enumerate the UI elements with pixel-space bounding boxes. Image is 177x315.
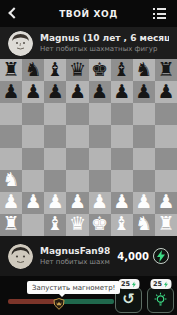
square-h4[interactable] [155, 148, 177, 170]
piece-black-pawn[interactable]: ♟ [113, 82, 130, 101]
navbar: ТВОЙ ХОД [0, 0, 177, 27]
piece-black-pawn[interactable]: ♟ [157, 82, 174, 101]
player-info: MagnusFan98 Нет побитых шахматны.. [40, 246, 110, 266]
square-d1[interactable]: ♛ [66, 214, 88, 236]
square-a2[interactable]: ♟ [0, 192, 22, 214]
square-g5[interactable] [133, 125, 155, 147]
square-f1[interactable]: ♝ [111, 214, 133, 236]
energy-bolt-icon [153, 248, 169, 264]
square-h8[interactable]: ♜ [155, 59, 177, 81]
square-b8[interactable]: ♞ [22, 59, 44, 81]
player-name: MagnusFan98 [40, 246, 110, 256]
piece-black-king[interactable]: ♚ [91, 60, 108, 79]
square-d2[interactable]: ♟ [66, 192, 88, 214]
piece-white-pawn[interactable]: ♟ [135, 192, 152, 211]
page-title: ТВОЙ ХОД [0, 9, 177, 19]
piece-white-pawn[interactable]: ♟ [25, 192, 42, 211]
square-b1[interactable] [22, 214, 44, 236]
square-d3[interactable] [66, 170, 88, 192]
piece-white-pawn[interactable]: ♟ [157, 192, 174, 211]
gauge-black-side [8, 299, 59, 304]
square-b5[interactable] [22, 125, 44, 147]
square-h3[interactable] [155, 170, 177, 192]
square-e5[interactable] [89, 125, 111, 147]
piece-white-rook[interactable]: ♜ [157, 214, 174, 233]
player-row: MagnusFan98 Нет побитых шахматны.. 4,000 [0, 236, 177, 276]
energy-count: 4,000 [117, 251, 149, 262]
square-d5[interactable] [66, 125, 88, 147]
piece-white-pawn[interactable]: ♟ [47, 192, 64, 211]
piece-white-bishop[interactable]: ♝ [113, 214, 130, 233]
square-f2[interactable]: ♟ [111, 192, 133, 214]
square-c1[interactable]: ♝ [44, 214, 66, 236]
piece-black-rook[interactable]: ♜ [3, 60, 20, 79]
square-h2[interactable]: ♟ [155, 192, 177, 214]
square-a4[interactable] [0, 148, 22, 170]
piece-black-bishop[interactable]: ♝ [113, 60, 130, 79]
hint-lightbulb-icon [148, 288, 173, 312]
square-b4[interactable] [22, 148, 44, 170]
magnometer-tooltip: Запустить магнометр! [27, 281, 120, 294]
piece-black-rook[interactable]: ♜ [157, 60, 174, 79]
piece-white-king[interactable]: ♚ [91, 214, 108, 233]
square-c3[interactable] [44, 170, 66, 192]
undo-cost-badge: 25 [118, 279, 139, 289]
piece-black-pawn[interactable]: ♟ [3, 82, 20, 101]
piece-white-knight[interactable]: ♞ [3, 170, 20, 189]
hint-cost-badge: 25 [150, 279, 171, 289]
piece-white-pawn[interactable]: ♟ [69, 192, 86, 211]
square-e1[interactable]: ♚ [89, 214, 111, 236]
square-e7[interactable]: ♟ [89, 81, 111, 103]
square-f8[interactable]: ♝ [111, 59, 133, 81]
tooltip-arrow [58, 293, 66, 301]
gauge-white-side [59, 299, 114, 304]
square-g3[interactable] [133, 170, 155, 192]
square-c8[interactable]: ♝ [44, 59, 66, 81]
opponent-captured-status: Нет побитых шахматных фигур [40, 45, 169, 53]
square-c2[interactable]: ♟ [44, 192, 66, 214]
square-c6[interactable] [44, 103, 66, 125]
opponent-name: Magnus (10 лет , 6 месяцы-летнем [40, 33, 169, 43]
piece-white-queen[interactable]: ♛ [69, 214, 86, 233]
square-e3[interactable] [89, 170, 111, 192]
piece-black-pawn[interactable]: ♟ [25, 82, 42, 101]
back-icon[interactable] [9, 9, 17, 17]
bottom-bar: Запустить магнометр! 25 ↺ 25 [0, 276, 177, 315]
square-g6[interactable] [133, 103, 155, 125]
square-a3[interactable]: ♞ [0, 170, 22, 192]
square-b3[interactable] [22, 170, 44, 192]
player-captured-status: Нет побитых шахматны.. [40, 258, 110, 266]
square-g4[interactable] [133, 148, 155, 170]
piece-white-pawn[interactable]: ♟ [3, 192, 20, 211]
piece-black-pawn[interactable]: ♟ [135, 82, 152, 101]
square-h7[interactable]: ♟ [155, 81, 177, 103]
square-a1[interactable]: ♜ [0, 214, 22, 236]
square-e8[interactable]: ♚ [89, 59, 111, 81]
square-h5[interactable] [155, 125, 177, 147]
square-d8[interactable]: ♛ [66, 59, 88, 81]
square-c5[interactable] [44, 125, 66, 147]
piece-black-pawn[interactable]: ♟ [47, 82, 64, 101]
square-f6[interactable] [111, 103, 133, 125]
square-b6[interactable] [22, 103, 44, 125]
opponent-row: Magnus (10 лет , 6 месяцы-летнем Нет поб… [0, 27, 177, 59]
piece-black-queen[interactable]: ♛ [69, 60, 86, 79]
square-a7[interactable]: ♟ [0, 81, 22, 103]
opponent-info: Magnus (10 лет , 6 месяцы-летнем Нет поб… [40, 33, 169, 53]
square-f4[interactable] [111, 148, 133, 170]
chess-board[interactable]: ♜♞♝♛♚♝♞♜♟♟♟♟♟♟♟♟♞♟♟♟♟♟♟♟♟♜♝♛♚♝♞♜ [0, 59, 177, 236]
square-d7[interactable]: ♟ [66, 81, 88, 103]
piece-white-rook[interactable]: ♜ [3, 214, 20, 233]
square-h1[interactable]: ♜ [155, 214, 177, 236]
piece-black-knight[interactable]: ♞ [25, 60, 42, 79]
square-d6[interactable] [66, 103, 88, 125]
square-a8[interactable]: ♜ [0, 59, 22, 81]
square-c7[interactable]: ♟ [44, 81, 66, 103]
square-d4[interactable] [66, 148, 88, 170]
chess-app: ТВОЙ ХОД Magnus (10 лет , 6 месяцы-летне… [0, 0, 177, 315]
piece-white-pawn[interactable]: ♟ [91, 192, 108, 211]
square-e4[interactable] [89, 148, 111, 170]
square-b7[interactable]: ♟ [22, 81, 44, 103]
square-g7[interactable]: ♟ [133, 81, 155, 103]
move-list-icon[interactable] [153, 8, 167, 19]
square-a6[interactable] [0, 103, 22, 125]
hint-button[interactable]: 25 [147, 287, 174, 313]
piece-white-knight[interactable]: ♞ [135, 214, 152, 233]
player-avatar[interactable] [8, 244, 33, 269]
square-h6[interactable] [155, 103, 177, 125]
square-e2[interactable]: ♟ [89, 192, 111, 214]
square-g8[interactable]: ♞ [133, 59, 155, 81]
square-g2[interactable]: ♟ [133, 192, 155, 214]
square-e6[interactable] [89, 103, 111, 125]
square-f5[interactable] [111, 125, 133, 147]
energy-display: 4,000 [117, 248, 169, 264]
square-f7[interactable]: ♟ [111, 81, 133, 103]
square-c4[interactable] [44, 148, 66, 170]
square-b2[interactable]: ♟ [22, 192, 44, 214]
piece-black-pawn[interactable]: ♟ [69, 82, 86, 101]
opponent-avatar[interactable] [8, 31, 33, 56]
piece-black-pawn[interactable]: ♟ [91, 82, 108, 101]
square-f3[interactable] [111, 170, 133, 192]
square-g1[interactable]: ♞ [133, 214, 155, 236]
piece-white-pawn[interactable]: ♟ [113, 192, 130, 211]
square-a5[interactable] [0, 125, 22, 147]
piece-white-bishop[interactable]: ♝ [47, 214, 64, 233]
piece-black-bishop[interactable]: ♝ [47, 60, 64, 79]
piece-black-knight[interactable]: ♞ [135, 60, 152, 79]
